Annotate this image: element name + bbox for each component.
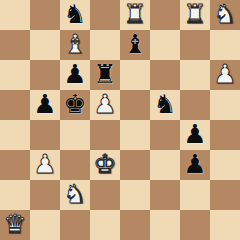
square-d5[interactable]: ♟ [90, 90, 120, 120]
square-g7[interactable] [180, 30, 210, 60]
white-queen: ♛ [3, 209, 26, 239]
square-e4[interactable] [120, 120, 150, 150]
square-a6[interactable] [0, 60, 30, 90]
square-b4[interactable] [30, 120, 60, 150]
square-e3[interactable] [120, 150, 150, 180]
square-g5[interactable] [180, 90, 210, 120]
square-h1[interactable] [210, 210, 240, 240]
square-h4[interactable] [210, 120, 240, 150]
square-d7[interactable] [90, 30, 120, 60]
square-d1[interactable] [90, 210, 120, 240]
white-rook: ♜ [123, 0, 146, 29]
square-f2[interactable] [150, 180, 180, 210]
square-c5[interactable]: ♚ [60, 90, 90, 120]
square-f1[interactable] [150, 210, 180, 240]
square-g6[interactable] [180, 60, 210, 90]
black-knight: ♞ [153, 89, 176, 119]
square-c1[interactable] [60, 210, 90, 240]
chess-board: ♞♜♜♞♝♝♟♜♟♟♚♟♞♟♟♚♟♞♛ [0, 0, 240, 240]
white-king: ♚ [93, 149, 116, 179]
square-g1[interactable] [180, 210, 210, 240]
square-e1[interactable] [120, 210, 150, 240]
square-b1[interactable] [30, 210, 60, 240]
square-c8[interactable]: ♞ [60, 0, 90, 30]
square-c7[interactable]: ♝ [60, 30, 90, 60]
square-d8[interactable] [90, 0, 120, 30]
square-d4[interactable] [90, 120, 120, 150]
square-h8[interactable]: ♞ [210, 0, 240, 30]
square-g4[interactable]: ♟ [180, 120, 210, 150]
black-pawn: ♟ [183, 149, 206, 179]
square-f3[interactable] [150, 150, 180, 180]
square-h3[interactable] [210, 150, 240, 180]
square-b6[interactable] [30, 60, 60, 90]
square-a1[interactable]: ♛ [0, 210, 30, 240]
square-e2[interactable] [120, 180, 150, 210]
black-pawn: ♟ [33, 89, 56, 119]
black-knight: ♞ [63, 0, 86, 29]
square-b2[interactable] [30, 180, 60, 210]
square-b3[interactable]: ♟ [30, 150, 60, 180]
white-knight: ♞ [63, 179, 86, 209]
square-a5[interactable] [0, 90, 30, 120]
black-pawn: ♟ [63, 59, 86, 89]
square-f4[interactable] [150, 120, 180, 150]
square-e5[interactable] [120, 90, 150, 120]
square-h5[interactable] [210, 90, 240, 120]
square-a4[interactable] [0, 120, 30, 150]
square-b7[interactable] [30, 30, 60, 60]
white-pawn: ♟ [93, 89, 116, 119]
square-f8[interactable] [150, 0, 180, 30]
square-d3[interactable]: ♚ [90, 150, 120, 180]
black-pawn: ♟ [183, 119, 206, 149]
square-h7[interactable] [210, 30, 240, 60]
square-a3[interactable] [0, 150, 30, 180]
white-pawn: ♟ [33, 149, 56, 179]
black-bishop: ♝ [123, 29, 146, 59]
square-a2[interactable] [0, 180, 30, 210]
square-g2[interactable] [180, 180, 210, 210]
black-rook: ♜ [93, 59, 116, 89]
square-c6[interactable]: ♟ [60, 60, 90, 90]
square-c4[interactable] [60, 120, 90, 150]
white-bishop: ♝ [63, 29, 86, 59]
square-d2[interactable] [90, 180, 120, 210]
square-f5[interactable]: ♞ [150, 90, 180, 120]
square-e8[interactable]: ♜ [120, 0, 150, 30]
square-c3[interactable] [60, 150, 90, 180]
square-c2[interactable]: ♞ [60, 180, 90, 210]
square-b8[interactable] [30, 0, 60, 30]
black-king: ♚ [63, 89, 86, 119]
square-a7[interactable] [0, 30, 30, 60]
square-e7[interactable]: ♝ [120, 30, 150, 60]
square-e6[interactable] [120, 60, 150, 90]
square-a8[interactable] [0, 0, 30, 30]
square-f7[interactable] [150, 30, 180, 60]
square-h2[interactable] [210, 180, 240, 210]
white-rook: ♜ [183, 0, 206, 29]
square-h6[interactable]: ♟ [210, 60, 240, 90]
square-g8[interactable]: ♜ [180, 0, 210, 30]
white-knight: ♞ [213, 0, 236, 29]
square-b5[interactable]: ♟ [30, 90, 60, 120]
white-pawn: ♟ [213, 59, 236, 89]
square-d6[interactable]: ♜ [90, 60, 120, 90]
square-f6[interactable] [150, 60, 180, 90]
square-g3[interactable]: ♟ [180, 150, 210, 180]
